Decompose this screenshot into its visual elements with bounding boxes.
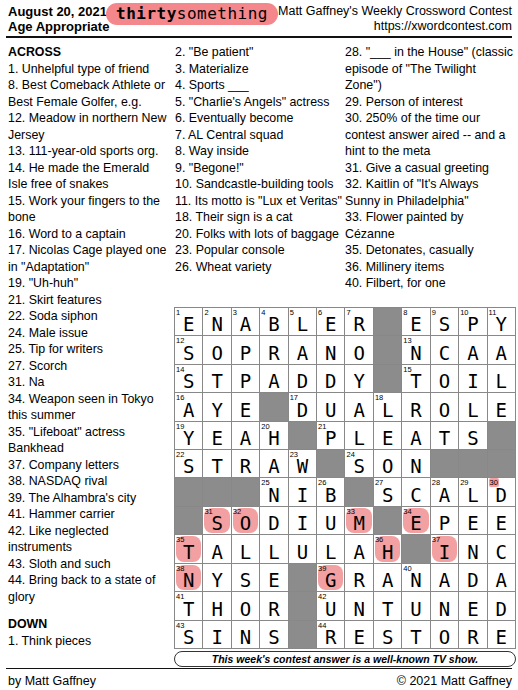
grid-cell: 15T bbox=[402, 365, 429, 392]
clue-item: 26. Wheat variety bbox=[175, 259, 345, 276]
grid-cell: 35T bbox=[175, 535, 202, 562]
cell-number: 15 bbox=[403, 365, 411, 374]
grid-cell: U bbox=[289, 535, 316, 562]
grid-cell: 41T bbox=[175, 592, 202, 619]
contest-info: Matt Gaffney's Weekly Crossword Contest … bbox=[278, 4, 512, 34]
cell-number: 30 bbox=[489, 478, 499, 487]
grid-cell: L bbox=[260, 535, 287, 562]
grid-cell: 25N bbox=[260, 478, 287, 505]
grid-cell: 6E bbox=[317, 308, 344, 335]
grid-cell: E bbox=[459, 592, 486, 619]
cell-letter: U bbox=[317, 398, 344, 422]
cell-letter: N bbox=[459, 540, 486, 564]
grid-cell: T bbox=[203, 450, 230, 477]
cell-letter: O bbox=[203, 341, 230, 365]
cell-letter: L bbox=[232, 540, 259, 564]
clue-item: 1. Unhelpful type of friend bbox=[8, 61, 168, 78]
clue-item: 43. Sloth and such bbox=[8, 556, 168, 573]
grid-cell: D bbox=[260, 507, 287, 534]
cell-number: 39 bbox=[318, 564, 326, 573]
grid-cell: L bbox=[345, 422, 372, 449]
grid-cell: L bbox=[232, 535, 259, 562]
grid-cell: I bbox=[459, 365, 486, 392]
grid-cell: A bbox=[260, 365, 287, 392]
crossword-page: August 20, 2021 Age Appropriate thirtyso… bbox=[0, 0, 518, 690]
clue-item: 6. Eventually become bbox=[175, 110, 345, 127]
cell-letter: A bbox=[488, 341, 515, 365]
grid-block-cell bbox=[175, 478, 202, 505]
grid-cell: 26B bbox=[317, 478, 344, 505]
cell-letter: D bbox=[260, 511, 287, 535]
grid-cell: P bbox=[232, 365, 259, 392]
cell-letter: A bbox=[488, 568, 515, 592]
grid-cell: A bbox=[260, 450, 287, 477]
clue-item: 23. Popular console bbox=[175, 242, 345, 259]
cell-letter: E bbox=[260, 568, 287, 592]
clue-column-middle: 2. "Be patient"3. Materialize4. Sports _… bbox=[175, 44, 345, 275]
grid-cell: O bbox=[431, 393, 458, 420]
cell-letter: Y bbox=[345, 369, 372, 393]
grid-cell: 13N bbox=[402, 336, 429, 363]
cell-number: 2 bbox=[204, 308, 208, 317]
cell-number: 41 bbox=[176, 592, 184, 601]
grid-cell: E bbox=[203, 422, 230, 449]
cell-letter: U bbox=[402, 597, 429, 621]
clue-item: 42. Like neglected instruments bbox=[8, 523, 168, 556]
cell-letter: P bbox=[431, 511, 458, 535]
grid-cell: D bbox=[317, 365, 344, 392]
grid-cell: 21P bbox=[317, 422, 344, 449]
cell-letter: P bbox=[232, 369, 259, 393]
cell-letter: O bbox=[345, 341, 372, 365]
clue-item: 8. Way inside bbox=[175, 143, 345, 160]
grid-cell: O bbox=[431, 621, 458, 648]
cell-number: 4 bbox=[261, 308, 265, 317]
grid-cell: O bbox=[374, 450, 401, 477]
grid-cell: Y bbox=[203, 564, 230, 591]
grid-cell: 10P bbox=[459, 308, 486, 335]
down-clue-list-part1: 1. Think pieces bbox=[8, 633, 168, 650]
clue-item: 14. He made the Emerald Isle free of sna… bbox=[8, 160, 168, 193]
cell-letter: U bbox=[317, 511, 344, 535]
grid-block-cell bbox=[289, 564, 316, 591]
clue-item: 2. "Be patient" bbox=[175, 44, 345, 61]
grid-cell: 23W bbox=[289, 450, 316, 477]
grid-block-cell bbox=[345, 478, 372, 505]
cell-number: 27 bbox=[375, 478, 383, 487]
cell-letter: P bbox=[232, 341, 259, 365]
cell-number: 29 bbox=[460, 478, 468, 487]
grid-cell: N bbox=[459, 535, 486, 562]
grid-cell: R bbox=[402, 393, 429, 420]
clue-item: 4. Sports ___ bbox=[175, 77, 345, 94]
cell-number: 10 bbox=[460, 308, 468, 317]
cell-letter: L bbox=[317, 540, 344, 564]
cell-letter: A bbox=[459, 341, 486, 365]
clue-column-right: 28. "___ in the House" (classic episode … bbox=[345, 44, 515, 292]
byline: by Matt Gaffney bbox=[8, 674, 96, 688]
grid-cell: A bbox=[488, 336, 515, 363]
clue-item: 19. "Uh-huh" bbox=[8, 275, 168, 292]
cell-letter: R bbox=[260, 341, 287, 365]
down-label: DOWN bbox=[8, 616, 168, 633]
grid-cell: 32O bbox=[232, 507, 259, 534]
cell-number: 16 bbox=[176, 393, 184, 402]
grid-cell: A bbox=[431, 564, 458, 591]
grid-cell: A bbox=[289, 336, 316, 363]
grid-cell: U bbox=[317, 507, 344, 534]
grid-block-cell bbox=[289, 621, 316, 648]
grid-cell: U bbox=[317, 393, 344, 420]
grid-block-cell bbox=[289, 422, 316, 449]
clue-item: 21. Skirt features bbox=[8, 292, 168, 309]
cell-letter: R bbox=[459, 625, 486, 649]
cell-letter: C bbox=[402, 483, 429, 507]
clue-item: 33. Flower painted by Cézanne bbox=[345, 209, 515, 242]
clue-item: 32. Kaitlin of "It's Always Sunny in Phi… bbox=[345, 176, 515, 209]
grid-cell: E bbox=[260, 564, 287, 591]
cell-number: 8 bbox=[403, 308, 407, 317]
grid-cell: O bbox=[431, 365, 458, 392]
clue-item: 5. "Charlie's Angels" actress bbox=[175, 94, 345, 111]
cell-number: 34 bbox=[403, 507, 411, 516]
grid-cell: A bbox=[203, 535, 230, 562]
cell-number: 42 bbox=[318, 592, 326, 601]
cell-letter: S bbox=[232, 568, 259, 592]
grid-cell: 22S bbox=[175, 450, 202, 477]
cell-number: 14 bbox=[176, 365, 184, 374]
cell-number: 18 bbox=[375, 393, 383, 402]
grid-cell: U bbox=[402, 592, 429, 619]
cell-letter: A bbox=[232, 426, 259, 450]
grid-block-cell bbox=[203, 478, 230, 505]
clue-item: 34. Weapon seen in Tokyo this summer bbox=[8, 391, 168, 424]
grid-block-cell bbox=[431, 450, 458, 477]
cell-letter: N bbox=[345, 597, 372, 621]
grid-cell: A bbox=[459, 336, 486, 363]
grid-cell: D bbox=[488, 592, 515, 619]
cell-letter: N bbox=[232, 625, 259, 649]
grid-cell: 20H bbox=[260, 422, 287, 449]
header-divider bbox=[6, 36, 512, 38]
grid-cell: A bbox=[374, 564, 401, 591]
cell-letter: N bbox=[431, 597, 458, 621]
cell-letter: A bbox=[260, 454, 287, 478]
clue-item: 1. Think pieces bbox=[8, 633, 168, 650]
grid-cell: R bbox=[260, 592, 287, 619]
clue-item: 30. 250% of the time our contest answer … bbox=[345, 110, 515, 160]
cell-letter: R bbox=[402, 398, 429, 422]
grid-block-cell bbox=[374, 507, 401, 534]
grid-block-cell bbox=[459, 450, 486, 477]
clue-item: 8. Best Comeback Athlete or Best Female … bbox=[8, 77, 168, 110]
cell-number: 23 bbox=[290, 450, 298, 459]
clue-item: 27. Scorch bbox=[8, 358, 168, 375]
grid-cell: 9S bbox=[431, 308, 458, 335]
cell-letter: T bbox=[374, 597, 401, 621]
puzzle-date: August 20, 2021 bbox=[8, 4, 107, 19]
cell-number: 28 bbox=[432, 478, 440, 487]
grid-cell: D bbox=[289, 365, 316, 392]
grid-cell: 44R bbox=[317, 621, 344, 648]
grid-cell: T bbox=[431, 422, 458, 449]
cell-number: 37 bbox=[432, 535, 440, 544]
cell-letter: O bbox=[431, 369, 458, 393]
cell-letter: I bbox=[289, 511, 316, 535]
grid-cell: S bbox=[260, 621, 287, 648]
grid-cell: 31S bbox=[203, 507, 230, 534]
clue-item: 31. Na bbox=[8, 374, 168, 391]
cell-letter: E bbox=[203, 426, 230, 450]
grid-cell: 33M bbox=[345, 507, 372, 534]
grid-block-cell bbox=[260, 393, 287, 420]
cell-number: 6 bbox=[318, 308, 322, 317]
clue-item: 16. Word to a captain bbox=[8, 226, 168, 243]
grid-block-cell bbox=[374, 336, 401, 363]
grid-block-cell bbox=[374, 365, 401, 392]
grid-cell: O bbox=[232, 592, 259, 619]
grid-cell: A bbox=[402, 422, 429, 449]
cell-number: 12 bbox=[176, 336, 184, 345]
cell-number: 17 bbox=[290, 393, 298, 402]
grid-cell: S bbox=[459, 422, 486, 449]
cell-letter: A bbox=[289, 341, 316, 365]
cell-number: 7 bbox=[346, 308, 350, 317]
cell-letter: A bbox=[402, 426, 429, 450]
cell-letter: O bbox=[431, 625, 458, 649]
grid-cell: N bbox=[345, 592, 372, 619]
clue-item: 35. Detonates, casually bbox=[345, 242, 515, 259]
grid-block-cell bbox=[488, 422, 515, 449]
grid-cell: L bbox=[459, 393, 486, 420]
cell-number: 3 bbox=[233, 308, 237, 317]
grid-cell: C bbox=[431, 336, 458, 363]
grid-cell: 4B bbox=[260, 308, 287, 335]
cell-letter: T bbox=[431, 426, 458, 450]
grid-cell: 17D bbox=[289, 393, 316, 420]
grid-cell: E bbox=[374, 422, 401, 449]
clue-item: 40. Filbert, for one bbox=[345, 275, 515, 292]
cell-letter: C bbox=[488, 540, 515, 564]
cell-letter: R bbox=[232, 454, 259, 478]
grid-block-cell bbox=[402, 535, 429, 562]
cell-letter: E bbox=[488, 625, 515, 649]
grid-cell: 5L bbox=[289, 308, 316, 335]
cell-letter: T bbox=[203, 454, 230, 478]
cell-letter: L bbox=[345, 426, 372, 450]
cell-letter: A bbox=[345, 540, 372, 564]
grid-cell: 18L bbox=[374, 393, 401, 420]
grid-cell: C bbox=[488, 535, 515, 562]
cell-number: 13 bbox=[403, 336, 411, 345]
grid-cell: 2N bbox=[203, 308, 230, 335]
grid-cell: 1E bbox=[175, 308, 202, 335]
cell-letter: E bbox=[459, 597, 486, 621]
grid-cell: 36H bbox=[374, 535, 401, 562]
grid-block-cell bbox=[289, 592, 316, 619]
cell-number: 22 bbox=[176, 450, 184, 459]
grid-cell: I bbox=[203, 621, 230, 648]
cell-number: 43 bbox=[176, 621, 184, 630]
grid-cell: L bbox=[317, 535, 344, 562]
grid-cell: N bbox=[232, 621, 259, 648]
cell-number: 9 bbox=[432, 308, 436, 317]
cell-letter: S bbox=[260, 625, 287, 649]
grid-block-cell bbox=[317, 450, 344, 477]
across-label: ACROSS bbox=[8, 44, 168, 61]
cell-number: 44 bbox=[318, 621, 326, 630]
clue-item: 29. Person of interest bbox=[345, 94, 515, 111]
cell-letter: T bbox=[203, 369, 230, 393]
grid-cell: L bbox=[488, 365, 515, 392]
clue-item: 44. Bring back to a state of glory bbox=[8, 572, 168, 605]
contest-name: Matt Gaffney's Weekly Crossword Contest bbox=[278, 4, 512, 19]
grid-cell: S bbox=[374, 621, 401, 648]
grid-cell: E bbox=[488, 507, 515, 534]
grid-cell: H bbox=[203, 592, 230, 619]
grid-cell: 38N bbox=[175, 564, 202, 591]
grid-cell: P bbox=[431, 507, 458, 534]
cell-letter: T bbox=[402, 625, 429, 649]
clue-item: 3. Materialize bbox=[175, 61, 345, 78]
grid-cell: T bbox=[374, 592, 401, 619]
clue-item: 7. AL Central squad bbox=[175, 127, 345, 144]
grid-cell: T bbox=[203, 365, 230, 392]
cell-letter: S bbox=[459, 426, 486, 450]
grid-cell: 8E bbox=[402, 308, 429, 335]
cell-letter: E bbox=[374, 426, 401, 450]
grid-cell: 14S bbox=[175, 365, 202, 392]
clue-item: 18. Their sign is a cat bbox=[175, 209, 345, 226]
cell-letter: D bbox=[488, 597, 515, 621]
title-part-something: something bbox=[177, 4, 268, 23]
cell-letter: I bbox=[289, 483, 316, 507]
grid-cell: 40N bbox=[402, 564, 429, 591]
cell-letter: R bbox=[345, 568, 372, 592]
grid-cell: R bbox=[345, 564, 372, 591]
cell-letter: O bbox=[232, 597, 259, 621]
across-clue-list: 1. Unhelpful type of friend8. Best Comeb… bbox=[8, 61, 168, 606]
grid-cell: 12S bbox=[175, 336, 202, 363]
clue-item: 31. Give a casual greeting bbox=[345, 160, 515, 177]
cell-letter: H bbox=[203, 597, 230, 621]
clue-item: 36. Millinery items bbox=[345, 259, 515, 276]
grid-cell: E bbox=[459, 507, 486, 534]
cell-number: 32 bbox=[233, 507, 241, 516]
cell-letter: E bbox=[345, 625, 372, 649]
grid-cell: I bbox=[289, 478, 316, 505]
cell-letter: N bbox=[317, 341, 344, 365]
cell-letter: A bbox=[203, 540, 230, 564]
grid-cell: 37I bbox=[431, 535, 458, 562]
clue-item: 28. "___ in the House" (classic episode … bbox=[345, 44, 515, 94]
grid-block-cell bbox=[374, 308, 401, 335]
cell-letter: R bbox=[260, 597, 287, 621]
clue-item: 13. 111-year-old sports org. bbox=[8, 143, 168, 160]
clue-column-left: ACROSS 1. Unhelpful type of friend8. Bes… bbox=[8, 44, 168, 649]
cell-letter: O bbox=[374, 454, 401, 478]
grid-block-cell bbox=[232, 478, 259, 505]
grid-cell: Y bbox=[345, 365, 372, 392]
cell-number: 1 bbox=[176, 308, 180, 317]
grid-cell: 43S bbox=[175, 621, 202, 648]
grid-cell: 28A bbox=[431, 478, 458, 505]
grid-cell: 34E bbox=[402, 507, 429, 534]
grid-cell: E bbox=[345, 621, 372, 648]
cell-letter: D bbox=[459, 568, 486, 592]
cell-number: 31 bbox=[204, 507, 212, 516]
grid-cell: 24S bbox=[345, 450, 372, 477]
cell-letter: A bbox=[431, 568, 458, 592]
grid-cell: 39G bbox=[317, 564, 344, 591]
grid-cell: R bbox=[232, 450, 259, 477]
grid-cell: N bbox=[317, 336, 344, 363]
cell-letter: S bbox=[374, 625, 401, 649]
cell-number: 11 bbox=[489, 308, 497, 317]
cell-letter: Y bbox=[203, 398, 230, 422]
puzzle-title: thirtysomething bbox=[106, 3, 278, 25]
contest-url[interactable]: https://xwordcontest.com bbox=[278, 19, 512, 34]
cell-number: 33 bbox=[346, 507, 354, 516]
cell-letter: A bbox=[345, 398, 372, 422]
clue-item: 12. Meadow in northern New Jersey bbox=[8, 110, 168, 143]
clue-item: 39. The Alhambra's city bbox=[8, 490, 168, 507]
cell-number: 26 bbox=[318, 478, 326, 487]
grid-cell: E bbox=[232, 393, 259, 420]
title-part-thirty: thirty bbox=[116, 4, 177, 23]
grid-cell: Y bbox=[203, 393, 230, 420]
cell-number: 36 bbox=[375, 535, 383, 544]
cell-letter: L bbox=[488, 369, 515, 393]
clue-item: 22. Soda siphon bbox=[8, 308, 168, 325]
clue-item: 11. Its motto is "Lux et Veritas" bbox=[175, 193, 345, 210]
cell-letter: E bbox=[488, 398, 515, 422]
grid-cell: O bbox=[345, 336, 372, 363]
cell-letter: C bbox=[431, 341, 458, 365]
clue-item: 10. Sandcastle-building tools bbox=[175, 176, 345, 193]
cell-letter: D bbox=[289, 369, 316, 393]
cell-number: 20 bbox=[261, 422, 269, 431]
cell-number: 19 bbox=[176, 422, 184, 431]
grid-cell: P bbox=[232, 336, 259, 363]
footer-divider bbox=[6, 668, 512, 669]
cell-letter: N bbox=[402, 454, 429, 478]
grid-cell: N bbox=[402, 450, 429, 477]
grid-block-cell bbox=[488, 450, 515, 477]
clue-item: 25. Tip for writers bbox=[8, 341, 168, 358]
grid-cell: 27S bbox=[374, 478, 401, 505]
grid-cell: I bbox=[289, 507, 316, 534]
grid-cell: E bbox=[488, 621, 515, 648]
cell-letter: A bbox=[260, 369, 287, 393]
grid-cell: D bbox=[459, 564, 486, 591]
cell-letter: I bbox=[203, 625, 230, 649]
clue-item: 9. "Begone!" bbox=[175, 160, 345, 177]
grid-block-cell bbox=[175, 507, 202, 534]
grid-cell: A bbox=[232, 422, 259, 449]
cell-letter: L bbox=[260, 540, 287, 564]
cell-number: 35 bbox=[176, 535, 184, 544]
cell-number: 21 bbox=[318, 422, 326, 431]
cell-letter: I bbox=[459, 369, 486, 393]
grid-cell: 16A bbox=[175, 393, 202, 420]
cell-number: 38 bbox=[176, 564, 184, 573]
cell-number: 24 bbox=[346, 450, 354, 459]
grid-cell: S bbox=[232, 564, 259, 591]
grid-cell: E bbox=[488, 393, 515, 420]
cell-letter: O bbox=[431, 398, 458, 422]
clue-item: 41. Hammer carrier bbox=[8, 506, 168, 523]
